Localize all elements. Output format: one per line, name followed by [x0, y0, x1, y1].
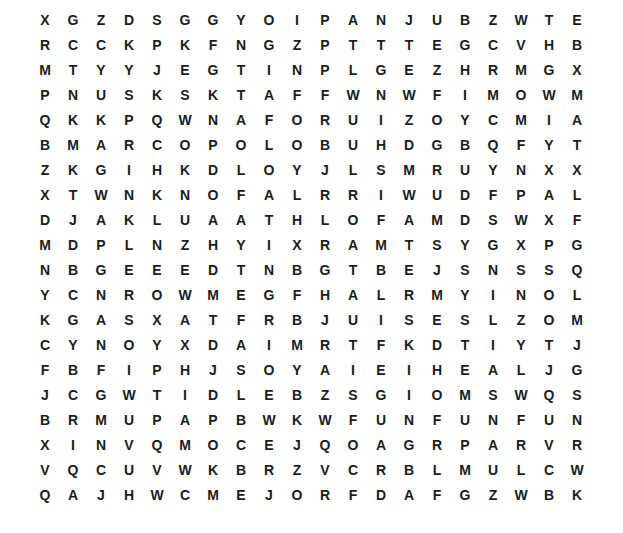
grid-cell-r3c1[interactable]: M — [31, 57, 59, 82]
grid-cell-r1c9[interactable]: O — [255, 7, 283, 32]
grid-cell-r4c3[interactable]: U — [87, 82, 115, 107]
grid-cell-r19c1[interactable]: V — [31, 457, 59, 482]
grid-cell-r12c10[interactable]: F — [283, 282, 311, 307]
grid-cell-r14c7[interactable]: D — [199, 332, 227, 357]
grid-cell-r1c1[interactable]: X — [31, 7, 59, 32]
grid-cell-r3c12[interactable]: L — [339, 57, 367, 82]
grid-cell-r20c9[interactable]: J — [255, 482, 283, 507]
grid-cell-r17c9[interactable]: W — [255, 407, 283, 432]
grid-cell-r17c16[interactable]: U — [451, 407, 479, 432]
grid-cell-r15c16[interactable]: E — [451, 357, 479, 382]
grid-cell-r19c8[interactable]: B — [227, 457, 255, 482]
grid-cell-r9c8[interactable]: A — [227, 207, 255, 232]
grid-cell-r18c11[interactable]: Q — [311, 432, 339, 457]
grid-cell-r16c17[interactable]: S — [479, 382, 507, 407]
grid-cell-r5c6[interactable]: W — [171, 107, 199, 132]
grid-cell-r4c11[interactable]: F — [311, 82, 339, 107]
grid-cell-r17c14[interactable]: N — [395, 407, 423, 432]
grid-cell-r14c18[interactable]: Y — [507, 332, 535, 357]
grid-cell-r9c3[interactable]: A — [87, 207, 115, 232]
grid-cell-r20c17[interactable]: Z — [479, 482, 507, 507]
grid-cell-r9c4[interactable]: K — [115, 207, 143, 232]
grid-cell-r16c4[interactable]: W — [115, 382, 143, 407]
grid-cell-r19c16[interactable]: M — [451, 457, 479, 482]
grid-cell-r16c13[interactable]: G — [367, 382, 395, 407]
grid-cell-r14c8[interactable]: A — [227, 332, 255, 357]
grid-cell-r1c3[interactable]: Z — [87, 7, 115, 32]
grid-cell-r7c13[interactable]: S — [367, 157, 395, 182]
grid-cell-r10c18[interactable]: X — [507, 232, 535, 257]
grid-cell-r16c20[interactable]: S — [563, 382, 591, 407]
grid-cell-r18c2[interactable]: I — [59, 432, 87, 457]
grid-cell-r14c11[interactable]: R — [311, 332, 339, 357]
grid-cell-r7c17[interactable]: Y — [479, 157, 507, 182]
grid-cell-r5c11[interactable]: R — [311, 107, 339, 132]
grid-cell-r12c14[interactable]: R — [395, 282, 423, 307]
grid-cell-r4c17[interactable]: M — [479, 82, 507, 107]
grid-cell-r14c5[interactable]: Y — [143, 332, 171, 357]
grid-cell-r4c7[interactable]: K — [199, 82, 227, 107]
grid-cell-r5c7[interactable]: N — [199, 107, 227, 132]
grid-cell-r14c14[interactable]: K — [395, 332, 423, 357]
grid-cell-r8c5[interactable]: K — [143, 182, 171, 207]
grid-cell-r5c10[interactable]: O — [283, 107, 311, 132]
grid-cell-r17c10[interactable]: K — [283, 407, 311, 432]
grid-cell-r13c8[interactable]: F — [227, 307, 255, 332]
grid-cell-r18c19[interactable]: V — [535, 432, 563, 457]
grid-cell-r18c1[interactable]: X — [31, 432, 59, 457]
grid-cell-r15c20[interactable]: G — [563, 357, 591, 382]
grid-cell-r15c7[interactable]: J — [199, 357, 227, 382]
grid-cell-r4c10[interactable]: F — [283, 82, 311, 107]
grid-cell-r18c12[interactable]: O — [339, 432, 367, 457]
grid-cell-r9c17[interactable]: S — [479, 207, 507, 232]
grid-cell-r1c4[interactable]: D — [115, 7, 143, 32]
grid-cell-r15c18[interactable]: L — [507, 357, 535, 382]
grid-cell-r16c10[interactable]: B — [283, 382, 311, 407]
grid-cell-r19c11[interactable]: V — [311, 457, 339, 482]
grid-cell-r1c7[interactable]: G — [199, 7, 227, 32]
grid-cell-r20c3[interactable]: J — [87, 482, 115, 507]
grid-cell-r5c15[interactable]: O — [423, 107, 451, 132]
grid-cell-r3c6[interactable]: E — [171, 57, 199, 82]
grid-cell-r11c1[interactable]: N — [31, 257, 59, 282]
grid-cell-r1c19[interactable]: T — [535, 7, 563, 32]
grid-cell-r14c12[interactable]: T — [339, 332, 367, 357]
grid-cell-r18c7[interactable]: O — [199, 432, 227, 457]
grid-cell-r10c5[interactable]: N — [143, 232, 171, 257]
grid-cell-r13c1[interactable]: K — [31, 307, 59, 332]
grid-cell-r15c5[interactable]: P — [143, 357, 171, 382]
grid-cell-r3c18[interactable]: M — [507, 57, 535, 82]
grid-cell-r15c11[interactable]: A — [311, 357, 339, 382]
grid-cell-r13c19[interactable]: O — [535, 307, 563, 332]
grid-cell-r18c5[interactable]: Q — [143, 432, 171, 457]
grid-cell-r9c12[interactable]: O — [339, 207, 367, 232]
grid-cell-r14c13[interactable]: F — [367, 332, 395, 357]
grid-cell-r11c15[interactable]: J — [423, 257, 451, 282]
grid-cell-r13c5[interactable]: X — [143, 307, 171, 332]
grid-cell-r8c3[interactable]: W — [87, 182, 115, 207]
grid-cell-r3c4[interactable]: Y — [115, 57, 143, 82]
grid-cell-r13c20[interactable]: M — [563, 307, 591, 332]
grid-cell-r2c12[interactable]: T — [339, 32, 367, 57]
grid-cell-r3c11[interactable]: P — [311, 57, 339, 82]
grid-cell-r13c17[interactable]: L — [479, 307, 507, 332]
grid-cell-r17c7[interactable]: P — [199, 407, 227, 432]
grid-cell-r1c12[interactable]: A — [339, 7, 367, 32]
grid-cell-r6c14[interactable]: D — [395, 132, 423, 157]
grid-cell-r4c5[interactable]: K — [143, 82, 171, 107]
grid-cell-r6c10[interactable]: O — [283, 132, 311, 157]
grid-cell-r12c15[interactable]: M — [423, 282, 451, 307]
grid-cell-r8c17[interactable]: F — [479, 182, 507, 207]
grid-cell-r19c18[interactable]: L — [507, 457, 535, 482]
grid-cell-r19c7[interactable]: K — [199, 457, 227, 482]
grid-cell-r1c2[interactable]: G — [59, 7, 87, 32]
grid-cell-r1c6[interactable]: G — [171, 7, 199, 32]
grid-cell-r14c3[interactable]: N — [87, 332, 115, 357]
grid-cell-r7c1[interactable]: Z — [31, 157, 59, 182]
grid-cell-r10c16[interactable]: Y — [451, 232, 479, 257]
grid-cell-r12c4[interactable]: R — [115, 282, 143, 307]
grid-cell-r2c18[interactable]: V — [507, 32, 535, 57]
grid-cell-r1c8[interactable]: Y — [227, 7, 255, 32]
grid-cell-r17c1[interactable]: B — [31, 407, 59, 432]
grid-cell-r9c13[interactable]: F — [367, 207, 395, 232]
grid-cell-r12c7[interactable]: M — [199, 282, 227, 307]
grid-cell-r19c12[interactable]: C — [339, 457, 367, 482]
grid-cell-r11c7[interactable]: D — [199, 257, 227, 282]
grid-cell-r5c8[interactable]: A — [227, 107, 255, 132]
grid-cell-r1c15[interactable]: U — [423, 7, 451, 32]
grid-cell-r17c12[interactable]: F — [339, 407, 367, 432]
grid-cell-r17c11[interactable]: W — [311, 407, 339, 432]
grid-cell-r2c10[interactable]: Z — [283, 32, 311, 57]
grid-cell-r15c13[interactable]: E — [367, 357, 395, 382]
grid-cell-r19c10[interactable]: Z — [283, 457, 311, 482]
grid-cell-r10c7[interactable]: H — [199, 232, 227, 257]
grid-cell-r15c9[interactable]: O — [255, 357, 283, 382]
grid-cell-r17c18[interactable]: F — [507, 407, 535, 432]
grid-cell-r5c19[interactable]: I — [535, 107, 563, 132]
grid-cell-r20c2[interactable]: A — [59, 482, 87, 507]
grid-cell-r7c6[interactable]: K — [171, 157, 199, 182]
grid-cell-r20c4[interactable]: H — [115, 482, 143, 507]
grid-cell-r11c6[interactable]: E — [171, 257, 199, 282]
grid-cell-r18c6[interactable]: M — [171, 432, 199, 457]
grid-cell-r1c13[interactable]: N — [367, 7, 395, 32]
grid-cell-r6c9[interactable]: L — [255, 132, 283, 157]
grid-cell-r19c6[interactable]: W — [171, 457, 199, 482]
grid-cell-r19c13[interactable]: R — [367, 457, 395, 482]
grid-cell-r8c13[interactable]: I — [367, 182, 395, 207]
grid-cell-r16c6[interactable]: I — [171, 382, 199, 407]
grid-cell-r5c14[interactable]: Z — [395, 107, 423, 132]
grid-cell-r18c9[interactable]: E — [255, 432, 283, 457]
grid-cell-r2c15[interactable]: E — [423, 32, 451, 57]
grid-cell-r7c2[interactable]: K — [59, 157, 87, 182]
grid-cell-r14c9[interactable]: I — [255, 332, 283, 357]
grid-cell-r3c2[interactable]: T — [59, 57, 87, 82]
grid-cell-r6c17[interactable]: Q — [479, 132, 507, 157]
grid-cell-r16c15[interactable]: O — [423, 382, 451, 407]
grid-cell-r8c9[interactable]: A — [255, 182, 283, 207]
grid-cell-r4c15[interactable]: F — [423, 82, 451, 107]
grid-cell-r12c6[interactable]: W — [171, 282, 199, 307]
grid-cell-r15c12[interactable]: I — [339, 357, 367, 382]
grid-cell-r16c5[interactable]: T — [143, 382, 171, 407]
grid-cell-r6c4[interactable]: R — [115, 132, 143, 157]
grid-cell-r5c18[interactable]: M — [507, 107, 535, 132]
grid-cell-r2c6[interactable]: K — [171, 32, 199, 57]
grid-cell-r3c19[interactable]: G — [535, 57, 563, 82]
grid-cell-r14c2[interactable]: Y — [59, 332, 87, 357]
grid-cell-r2c14[interactable]: T — [395, 32, 423, 57]
grid-cell-r10c11[interactable]: R — [311, 232, 339, 257]
grid-cell-r10c1[interactable]: M — [31, 232, 59, 257]
grid-cell-r17c15[interactable]: F — [423, 407, 451, 432]
grid-cell-r8c7[interactable]: O — [199, 182, 227, 207]
grid-cell-r2c19[interactable]: H — [535, 32, 563, 57]
grid-cell-r5c20[interactable]: A — [563, 107, 591, 132]
grid-cell-r8c16[interactable]: D — [451, 182, 479, 207]
grid-cell-r8c18[interactable]: P — [507, 182, 535, 207]
grid-cell-r9c11[interactable]: L — [311, 207, 339, 232]
grid-cell-r13c13[interactable]: I — [367, 307, 395, 332]
grid-cell-r10c19[interactable]: P — [535, 232, 563, 257]
grid-cell-r16c1[interactable]: J — [31, 382, 59, 407]
grid-cell-r6c7[interactable]: P — [199, 132, 227, 157]
grid-cell-r9c2[interactable]: J — [59, 207, 87, 232]
grid-cell-r15c14[interactable]: I — [395, 357, 423, 382]
grid-cell-r13c14[interactable]: S — [395, 307, 423, 332]
grid-cell-r10c10[interactable]: X — [283, 232, 311, 257]
grid-cell-r11c2[interactable]: B — [59, 257, 87, 282]
grid-cell-r20c15[interactable]: F — [423, 482, 451, 507]
grid-cell-r17c17[interactable]: N — [479, 407, 507, 432]
grid-cell-r10c15[interactable]: S — [423, 232, 451, 257]
grid-cell-r4c8[interactable]: T — [227, 82, 255, 107]
grid-cell-r4c12[interactable]: W — [339, 82, 367, 107]
grid-cell-r11c12[interactable]: T — [339, 257, 367, 282]
grid-cell-r17c5[interactable]: P — [143, 407, 171, 432]
grid-cell-r19c17[interactable]: U — [479, 457, 507, 482]
grid-cell-r11c9[interactable]: N — [255, 257, 283, 282]
grid-cell-r3c17[interactable]: R — [479, 57, 507, 82]
grid-cell-r6c12[interactable]: U — [339, 132, 367, 157]
grid-cell-r2c4[interactable]: K — [115, 32, 143, 57]
grid-cell-r3c8[interactable]: T — [227, 57, 255, 82]
grid-cell-r20c12[interactable]: F — [339, 482, 367, 507]
grid-cell-r14c10[interactable]: M — [283, 332, 311, 357]
grid-cell-r14c20[interactable]: J — [563, 332, 591, 357]
grid-cell-r18c20[interactable]: R — [563, 432, 591, 457]
grid-cell-r13c7[interactable]: T — [199, 307, 227, 332]
grid-cell-r17c13[interactable]: U — [367, 407, 395, 432]
grid-cell-r7c19[interactable]: X — [535, 157, 563, 182]
grid-cell-r17c3[interactable]: M — [87, 407, 115, 432]
grid-cell-r16c11[interactable]: Z — [311, 382, 339, 407]
grid-cell-r7c8[interactable]: L — [227, 157, 255, 182]
grid-cell-r9c10[interactable]: H — [283, 207, 311, 232]
grid-cell-r10c14[interactable]: T — [395, 232, 423, 257]
grid-cell-r18c14[interactable]: G — [395, 432, 423, 457]
grid-cell-r10c6[interactable]: Z — [171, 232, 199, 257]
grid-cell-r16c19[interactable]: Q — [535, 382, 563, 407]
grid-cell-r12c20[interactable]: L — [563, 282, 591, 307]
grid-cell-r2c11[interactable]: P — [311, 32, 339, 57]
grid-cell-r12c5[interactable]: O — [143, 282, 171, 307]
grid-cell-r3c13[interactable]: G — [367, 57, 395, 82]
grid-cell-r6c19[interactable]: Y — [535, 132, 563, 157]
grid-cell-r14c15[interactable]: D — [423, 332, 451, 357]
grid-cell-r9c9[interactable]: T — [255, 207, 283, 232]
grid-cell-r12c3[interactable]: N — [87, 282, 115, 307]
grid-cell-r19c3[interactable]: C — [87, 457, 115, 482]
grid-cell-r19c14[interactable]: B — [395, 457, 423, 482]
grid-cell-r16c7[interactable]: D — [199, 382, 227, 407]
grid-cell-r11c18[interactable]: S — [507, 257, 535, 282]
grid-cell-r13c15[interactable]: E — [423, 307, 451, 332]
grid-cell-r20c8[interactable]: E — [227, 482, 255, 507]
grid-cell-r3c10[interactable]: N — [283, 57, 311, 82]
grid-cell-r7c14[interactable]: M — [395, 157, 423, 182]
grid-cell-r5c5[interactable]: Q — [143, 107, 171, 132]
grid-cell-r8c12[interactable]: R — [339, 182, 367, 207]
grid-cell-r8c6[interactable]: N — [171, 182, 199, 207]
grid-cell-r13c6[interactable]: A — [171, 307, 199, 332]
grid-cell-r12c1[interactable]: Y — [31, 282, 59, 307]
grid-cell-r5c4[interactable]: P — [115, 107, 143, 132]
grid-cell-r19c15[interactable]: L — [423, 457, 451, 482]
grid-cell-r1c11[interactable]: P — [311, 7, 339, 32]
grid-cell-r18c13[interactable]: A — [367, 432, 395, 457]
grid-cell-r1c20[interactable]: E — [563, 7, 591, 32]
grid-cell-r19c4[interactable]: U — [115, 457, 143, 482]
grid-cell-r2c8[interactable]: N — [227, 32, 255, 57]
grid-cell-r15c17[interactable]: A — [479, 357, 507, 382]
grid-cell-r8c1[interactable]: X — [31, 182, 59, 207]
grid-cell-r10c13[interactable]: M — [367, 232, 395, 257]
grid-cell-r7c5[interactable]: H — [143, 157, 171, 182]
grid-cell-r20c13[interactable]: D — [367, 482, 395, 507]
grid-cell-r7c15[interactable]: R — [423, 157, 451, 182]
grid-cell-r17c2[interactable]: R — [59, 407, 87, 432]
grid-cell-r12c17[interactable]: I — [479, 282, 507, 307]
grid-cell-r20c7[interactable]: M — [199, 482, 227, 507]
grid-cell-r16c16[interactable]: M — [451, 382, 479, 407]
grid-cell-r9c1[interactable]: D — [31, 207, 59, 232]
grid-cell-r14c17[interactable]: I — [479, 332, 507, 357]
grid-cell-r5c3[interactable]: K — [87, 107, 115, 132]
grid-cell-r12c12[interactable]: A — [339, 282, 367, 307]
grid-cell-r11c17[interactable]: N — [479, 257, 507, 282]
grid-cell-r7c4[interactable]: I — [115, 157, 143, 182]
grid-cell-r7c16[interactable]: U — [451, 157, 479, 182]
grid-cell-r9c6[interactable]: U — [171, 207, 199, 232]
grid-cell-r8c15[interactable]: U — [423, 182, 451, 207]
grid-cell-r13c18[interactable]: Z — [507, 307, 535, 332]
grid-cell-r4c20[interactable]: M — [563, 82, 591, 107]
grid-cell-r1c14[interactable]: J — [395, 7, 423, 32]
grid-cell-r12c2[interactable]: C — [59, 282, 87, 307]
grid-cell-r10c3[interactable]: P — [87, 232, 115, 257]
grid-cell-r5c16[interactable]: Y — [451, 107, 479, 132]
grid-cell-r1c16[interactable]: B — [451, 7, 479, 32]
grid-cell-r16c2[interactable]: C — [59, 382, 87, 407]
grid-cell-r3c14[interactable]: E — [395, 57, 423, 82]
grid-cell-r10c4[interactable]: L — [115, 232, 143, 257]
grid-cell-r11c8[interactable]: T — [227, 257, 255, 282]
grid-cell-r1c18[interactable]: W — [507, 7, 535, 32]
grid-cell-r2c3[interactable]: C — [87, 32, 115, 57]
grid-cell-r13c4[interactable]: S — [115, 307, 143, 332]
grid-cell-r11c4[interactable]: E — [115, 257, 143, 282]
grid-cell-r19c9[interactable]: R — [255, 457, 283, 482]
grid-cell-r20c19[interactable]: B — [535, 482, 563, 507]
grid-cell-r8c10[interactable]: L — [283, 182, 311, 207]
grid-cell-r13c12[interactable]: U — [339, 307, 367, 332]
grid-cell-r5c2[interactable]: K — [59, 107, 87, 132]
grid-cell-r19c2[interactable]: Q — [59, 457, 87, 482]
grid-cell-r6c18[interactable]: F — [507, 132, 535, 157]
grid-cell-r2c9[interactable]: G — [255, 32, 283, 57]
grid-cell-r6c1[interactable]: B — [31, 132, 59, 157]
grid-cell-r6c5[interactable]: C — [143, 132, 171, 157]
grid-cell-r5c9[interactable]: F — [255, 107, 283, 132]
grid-cell-r2c16[interactable]: G — [451, 32, 479, 57]
grid-cell-r19c19[interactable]: C — [535, 457, 563, 482]
grid-cell-r1c5[interactable]: S — [143, 7, 171, 32]
grid-cell-r7c18[interactable]: N — [507, 157, 535, 182]
grid-cell-r14c4[interactable]: O — [115, 332, 143, 357]
grid-cell-r12c19[interactable]: O — [535, 282, 563, 307]
grid-cell-r4c6[interactable]: S — [171, 82, 199, 107]
grid-cell-r1c17[interactable]: Z — [479, 7, 507, 32]
grid-cell-r2c5[interactable]: P — [143, 32, 171, 57]
grid-cell-r18c18[interactable]: R — [507, 432, 535, 457]
grid-cell-r4c4[interactable]: S — [115, 82, 143, 107]
grid-cell-r6c3[interactable]: A — [87, 132, 115, 157]
grid-cell-r16c8[interactable]: L — [227, 382, 255, 407]
grid-cell-r12c11[interactable]: H — [311, 282, 339, 307]
grid-cell-r13c9[interactable]: R — [255, 307, 283, 332]
grid-cell-r18c3[interactable]: N — [87, 432, 115, 457]
grid-cell-r20c10[interactable]: O — [283, 482, 311, 507]
grid-cell-r15c1[interactable]: F — [31, 357, 59, 382]
grid-cell-r20c1[interactable]: Q — [31, 482, 59, 507]
grid-cell-r10c20[interactable]: G — [563, 232, 591, 257]
grid-cell-r4c18[interactable]: O — [507, 82, 535, 107]
grid-cell-r16c9[interactable]: E — [255, 382, 283, 407]
grid-cell-r11c13[interactable]: B — [367, 257, 395, 282]
grid-cell-r9c16[interactable]: D — [451, 207, 479, 232]
grid-cell-r2c2[interactable]: C — [59, 32, 87, 57]
grid-cell-r18c15[interactable]: R — [423, 432, 451, 457]
grid-cell-r11c16[interactable]: S — [451, 257, 479, 282]
grid-cell-r5c13[interactable]: I — [367, 107, 395, 132]
grid-cell-r7c12[interactable]: L — [339, 157, 367, 182]
grid-cell-r14c19[interactable]: T — [535, 332, 563, 357]
grid-cell-r2c17[interactable]: C — [479, 32, 507, 57]
grid-cell-r12c16[interactable]: Y — [451, 282, 479, 307]
grid-cell-r7c20[interactable]: X — [563, 157, 591, 182]
grid-cell-r15c4[interactable]: I — [115, 357, 143, 382]
grid-cell-r18c8[interactable]: C — [227, 432, 255, 457]
grid-cell-r10c12[interactable]: A — [339, 232, 367, 257]
grid-cell-r7c11[interactable]: J — [311, 157, 339, 182]
